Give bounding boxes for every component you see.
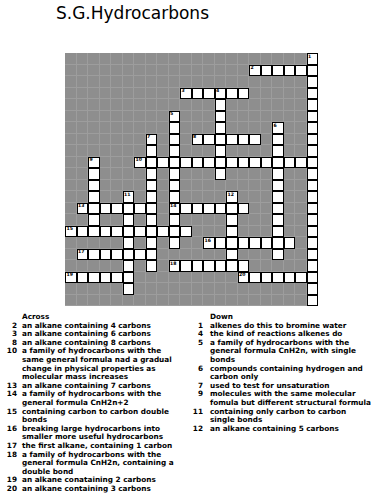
grid-cell[interactable] xyxy=(203,157,215,169)
cell-number: 3 xyxy=(182,88,185,93)
grid-cell[interactable] xyxy=(88,249,100,261)
grid-block-cell xyxy=(215,226,227,238)
grid-block-cell xyxy=(77,283,89,295)
grid-cell[interactable] xyxy=(238,237,250,249)
grid-cell[interactable] xyxy=(77,272,89,284)
grid-block-cell xyxy=(100,260,112,272)
cell-number: 6 xyxy=(274,123,277,128)
grid-cell[interactable] xyxy=(307,76,319,88)
grid-cell[interactable]: 10 xyxy=(134,157,146,169)
grid-cell[interactable] xyxy=(169,122,181,134)
grid-cell[interactable]: 15 xyxy=(65,226,77,238)
grid-cell[interactable] xyxy=(238,134,250,146)
grid-cell[interactable] xyxy=(284,157,296,169)
grid-cell[interactable]: 4 xyxy=(215,88,227,100)
cell-number: 15 xyxy=(67,226,73,231)
grid-block-cell xyxy=(192,76,204,88)
grid-block-cell xyxy=(272,53,284,65)
grid-cell[interactable] xyxy=(226,134,238,146)
grid-block-cell xyxy=(123,180,135,192)
grid-cell[interactable] xyxy=(169,157,181,169)
grid-block-cell xyxy=(134,214,146,226)
grid-block-cell xyxy=(146,295,158,307)
grid-cell[interactable] xyxy=(307,226,319,238)
grid-block-cell xyxy=(146,283,158,295)
grid-block-cell xyxy=(215,214,227,226)
grid-block-cell xyxy=(238,249,250,261)
grid-cell[interactable] xyxy=(307,111,319,123)
grid-block-cell xyxy=(157,260,169,272)
grid-cell[interactable] xyxy=(157,157,169,169)
grid-block-cell xyxy=(157,134,169,146)
grid-cell[interactable] xyxy=(169,145,181,157)
grid-cell[interactable] xyxy=(307,249,319,261)
grid-cell[interactable] xyxy=(226,203,238,215)
grid-cell[interactable] xyxy=(226,249,238,261)
grid-block-cell xyxy=(134,122,146,134)
grid-block-cell xyxy=(295,134,307,146)
grid-block-cell xyxy=(111,295,123,307)
grid-cell[interactable] xyxy=(146,168,158,180)
grid-block-cell xyxy=(215,53,227,65)
grid-cell[interactable] xyxy=(123,260,135,272)
grid-cell[interactable] xyxy=(226,157,238,169)
cell-number: 19 xyxy=(67,272,73,277)
grid-cell[interactable]: 2 xyxy=(249,65,261,77)
grid-cell[interactable]: 12 xyxy=(226,191,238,203)
grid-block-cell xyxy=(88,122,100,134)
grid-cell[interactable] xyxy=(249,134,261,146)
grid-block-cell xyxy=(192,145,204,157)
grid-block-cell xyxy=(169,295,181,307)
grid-block-cell xyxy=(134,168,146,180)
grid-cell[interactable] xyxy=(169,191,181,203)
grid-block-cell xyxy=(249,122,261,134)
grid-cell[interactable] xyxy=(169,168,181,180)
grid-cell[interactable] xyxy=(88,226,100,238)
grid-block-cell xyxy=(284,226,296,238)
grid-block-cell xyxy=(192,122,204,134)
grid-cell[interactable] xyxy=(261,272,273,284)
grid-cell[interactable]: 9 xyxy=(88,157,100,169)
grid-block-cell xyxy=(134,76,146,88)
grid-cell[interactable] xyxy=(215,260,227,272)
grid-cell[interactable] xyxy=(272,226,284,238)
grid-cell[interactable] xyxy=(192,88,204,100)
grid-cell[interactable] xyxy=(100,272,112,284)
grid-block-cell xyxy=(192,168,204,180)
clue-item: 5a family of hydrocarbons with the gener… xyxy=(191,339,386,365)
grid-cell[interactable] xyxy=(146,203,158,215)
grid-block-cell xyxy=(261,145,273,157)
clue-text: compounds containing hydrogen and carbon… xyxy=(210,365,363,382)
grid-cell[interactable] xyxy=(123,203,135,215)
grid-cell[interactable] xyxy=(307,283,319,295)
grid-cell[interactable] xyxy=(111,249,123,261)
grid-block-cell xyxy=(180,134,192,146)
grid-cell[interactable] xyxy=(123,249,135,261)
grid-cell[interactable] xyxy=(180,260,192,272)
clue-number: 20 xyxy=(5,485,17,494)
grid-cell[interactable] xyxy=(146,249,158,261)
grid-block-cell xyxy=(284,260,296,272)
grid-block-cell xyxy=(65,53,77,65)
grid-cell[interactable] xyxy=(226,214,238,226)
grid-block-cell xyxy=(169,88,181,100)
clue-text: breaking large hydrocarbons into smaller… xyxy=(22,425,163,442)
grid-block-cell xyxy=(272,111,284,123)
grid-cell[interactable] xyxy=(134,226,146,238)
grid-cell[interactable] xyxy=(146,157,158,169)
grid-cell[interactable] xyxy=(88,180,100,192)
grid-cell[interactable] xyxy=(238,157,250,169)
grid-cell[interactable] xyxy=(169,226,181,238)
grid-block-cell xyxy=(100,191,112,203)
grid-cell[interactable] xyxy=(307,295,319,307)
grid-block-cell xyxy=(295,88,307,100)
grid-cell[interactable]: 11 xyxy=(123,191,135,203)
clue-item: 15containing carbon to carbon double bon… xyxy=(5,408,191,425)
grid-cell[interactable] xyxy=(272,214,284,226)
grid-block-cell xyxy=(261,191,273,203)
grid-cell[interactable] xyxy=(169,180,181,192)
grid-cell[interactable] xyxy=(88,191,100,203)
clue-text: a family of hydrocarbons with the genera… xyxy=(22,451,174,477)
grid-cell[interactable] xyxy=(169,237,181,249)
grid-cell[interactable] xyxy=(215,99,227,111)
grid-block-cell xyxy=(203,214,215,226)
grid-cell[interactable] xyxy=(203,134,215,146)
grid-cell[interactable] xyxy=(215,145,227,157)
grid-block-cell xyxy=(249,88,261,100)
grid-block-cell xyxy=(157,168,169,180)
grid-block-cell xyxy=(284,111,296,123)
grid-cell[interactable] xyxy=(307,260,319,272)
grid-block-cell xyxy=(88,145,100,157)
grid-cell[interactable] xyxy=(88,168,100,180)
grid-cell[interactable] xyxy=(226,260,238,272)
grid-block-cell xyxy=(203,76,215,88)
grid-cell[interactable] xyxy=(100,249,112,261)
grid-block-cell xyxy=(111,88,123,100)
grid-block-cell xyxy=(192,99,204,111)
grid-block-cell xyxy=(226,76,238,88)
grid-block-cell xyxy=(123,168,135,180)
grid-cell[interactable] xyxy=(272,203,284,215)
grid-block-cell xyxy=(123,157,135,169)
grid-cell[interactable] xyxy=(307,272,319,284)
grid-block-cell xyxy=(146,65,158,77)
grid-block-cell xyxy=(100,157,112,169)
grid-block-cell xyxy=(123,122,135,134)
grid-block-cell xyxy=(238,53,250,65)
grid-cell[interactable] xyxy=(203,260,215,272)
grid-block-cell xyxy=(238,180,250,192)
grid-block-cell xyxy=(134,99,146,111)
grid-block-cell xyxy=(272,88,284,100)
grid-block-cell xyxy=(77,134,89,146)
grid-cell[interactable] xyxy=(146,180,158,192)
grid-block-cell xyxy=(215,76,227,88)
grid-cell[interactable] xyxy=(215,122,227,134)
clue-item: 16breaking large hydrocarbons into small… xyxy=(5,425,191,442)
grid-block-cell xyxy=(65,111,77,123)
grid-block-cell xyxy=(203,226,215,238)
grid-cell[interactable] xyxy=(307,214,319,226)
cell-number: 17 xyxy=(78,249,84,254)
grid-cell[interactable] xyxy=(146,260,158,272)
grid-cell[interactable]: 20 xyxy=(238,272,250,284)
grid-cell[interactable] xyxy=(307,122,319,134)
grid-cell[interactable] xyxy=(180,226,192,238)
grid-block-cell xyxy=(123,76,135,88)
grid-block-cell xyxy=(134,88,146,100)
grid-cell[interactable] xyxy=(157,226,169,238)
grid-cell[interactable] xyxy=(261,157,273,169)
grid-cell[interactable] xyxy=(307,157,319,169)
grid-block-cell xyxy=(123,65,135,77)
grid-block-cell xyxy=(123,99,135,111)
grid-cell[interactable] xyxy=(226,226,238,238)
grid-cell[interactable] xyxy=(307,88,319,100)
grid-cell[interactable] xyxy=(123,272,135,284)
grid-cell[interactable]: 3 xyxy=(180,88,192,100)
grid-block-cell xyxy=(226,53,238,65)
grid-cell[interactable] xyxy=(146,145,158,157)
grid-cell[interactable]: 17 xyxy=(77,249,89,261)
grid-block-cell xyxy=(134,180,146,192)
grid-block-cell xyxy=(123,295,135,307)
grid-block-cell xyxy=(100,53,112,65)
grid-block-cell xyxy=(215,180,227,192)
grid-cell[interactable] xyxy=(307,203,319,215)
grid-cell[interactable] xyxy=(111,272,123,284)
grid-block-cell xyxy=(111,53,123,65)
grid-block-cell xyxy=(261,260,273,272)
grid-cell[interactable] xyxy=(192,157,204,169)
grid-cell[interactable] xyxy=(203,88,215,100)
clue-item: 14a family of hydrocarbons with the gene… xyxy=(5,390,191,407)
grid-cell[interactable] xyxy=(100,226,112,238)
grid-block-cell xyxy=(295,237,307,249)
grid-block-cell xyxy=(88,76,100,88)
grid-cell[interactable] xyxy=(215,157,227,169)
grid-cell[interactable] xyxy=(169,214,181,226)
grid-cell[interactable] xyxy=(307,145,319,157)
grid-cell[interactable] xyxy=(272,145,284,157)
grid-block-cell xyxy=(77,168,89,180)
grid-block-cell xyxy=(284,283,296,295)
grid-cell[interactable]: 13 xyxy=(77,203,89,215)
clue-text: a family of hydrocarbons with the same g… xyxy=(22,347,172,381)
grid-cell[interactable] xyxy=(226,88,238,100)
grid-block-cell xyxy=(65,134,77,146)
grid-cell[interactable] xyxy=(307,237,319,249)
grid-cell[interactable]: 7 xyxy=(146,134,158,146)
grid-block-cell xyxy=(100,295,112,307)
grid-block-cell xyxy=(100,99,112,111)
grid-cell[interactable] xyxy=(272,249,284,261)
grid-block-cell xyxy=(77,191,89,203)
grid-cell[interactable] xyxy=(238,203,250,215)
grid-cell[interactable] xyxy=(238,88,250,100)
grid-block-cell xyxy=(88,237,100,249)
grid-cell[interactable] xyxy=(307,65,319,77)
down-clues-section: Down 1alkenes do this to bromine water4t… xyxy=(191,313,386,433)
grid-cell[interactable] xyxy=(284,65,296,77)
grid-block-cell xyxy=(226,272,238,284)
grid-cell[interactable] xyxy=(261,237,273,249)
grid-cell[interactable] xyxy=(226,237,238,249)
grid-block-cell xyxy=(180,53,192,65)
grid-block-cell xyxy=(203,283,215,295)
grid-cell[interactable] xyxy=(295,272,307,284)
grid-block-cell xyxy=(100,65,112,77)
grid-block-cell xyxy=(157,122,169,134)
grid-cell[interactable] xyxy=(180,203,192,215)
grid-cell[interactable] xyxy=(88,203,100,215)
grid-cell[interactable] xyxy=(203,203,215,215)
grid-block-cell xyxy=(295,214,307,226)
grid-cell[interactable] xyxy=(123,237,135,249)
grid-block-cell xyxy=(169,272,181,284)
grid-block-cell xyxy=(295,145,307,157)
grid-cell[interactable] xyxy=(284,272,296,284)
grid-cell[interactable] xyxy=(134,249,146,261)
grid-block-cell xyxy=(77,76,89,88)
grid-cell[interactable] xyxy=(272,168,284,180)
grid-block-cell xyxy=(203,99,215,111)
grid-block-cell xyxy=(134,295,146,307)
grid-block-cell xyxy=(238,168,250,180)
grid-cell[interactable] xyxy=(134,203,146,215)
grid-cell[interactable] xyxy=(192,203,204,215)
grid-cell[interactable] xyxy=(307,134,319,146)
grid-block-cell xyxy=(146,111,158,123)
grid-block-cell xyxy=(203,122,215,134)
grid-cell[interactable] xyxy=(215,168,227,180)
grid-block-cell xyxy=(295,122,307,134)
grid-block-cell xyxy=(215,295,227,307)
clue-item: 18a family of hydrocarbons with the gene… xyxy=(5,451,191,477)
clue-number: 12 xyxy=(191,425,203,434)
grid-block-cell xyxy=(100,283,112,295)
grid-block-cell xyxy=(226,283,238,295)
grid-cell[interactable] xyxy=(100,203,112,215)
grid-cell[interactable] xyxy=(307,180,319,192)
grid-cell[interactable]: 8 xyxy=(192,134,204,146)
grid-block-cell xyxy=(249,168,261,180)
grid-cell[interactable] xyxy=(249,157,261,169)
grid-cell[interactable] xyxy=(272,180,284,192)
grid-cell[interactable] xyxy=(284,237,296,249)
grid-block-cell xyxy=(238,65,250,77)
grid-cell[interactable] xyxy=(77,226,89,238)
grid-cell[interactable] xyxy=(215,203,227,215)
grid-cell[interactable] xyxy=(146,191,158,203)
grid-block-cell xyxy=(111,191,123,203)
grid-block-cell xyxy=(295,249,307,261)
clue-number: 10 xyxy=(5,347,17,356)
grid-cell[interactable]: 16 xyxy=(203,237,215,249)
clue-item: 10a family of hydrocarbons with the same… xyxy=(5,347,191,381)
grid-cell[interactable] xyxy=(272,157,284,169)
grid-cell[interactable] xyxy=(272,191,284,203)
grid-cell[interactable] xyxy=(261,65,273,77)
grid-block-cell xyxy=(111,145,123,157)
grid-cell[interactable] xyxy=(111,226,123,238)
grid-cell[interactable] xyxy=(88,272,100,284)
grid-cell[interactable] xyxy=(272,65,284,77)
grid-block-cell xyxy=(169,65,181,77)
grid-cell[interactable]: 1 xyxy=(307,53,319,65)
grid-cell[interactable] xyxy=(192,260,204,272)
grid-block-cell xyxy=(157,53,169,65)
grid-block-cell xyxy=(180,76,192,88)
grid-cell[interactable] xyxy=(146,214,158,226)
grid-cell[interactable] xyxy=(215,237,227,249)
grid-block-cell xyxy=(77,53,89,65)
grid-cell[interactable]: 5 xyxy=(169,111,181,123)
clue-text: a family of hydrocarbons with the genera… xyxy=(22,390,161,407)
grid-block-cell xyxy=(284,249,296,261)
grid-cell[interactable] xyxy=(123,226,135,238)
grid-cell[interactable] xyxy=(215,111,227,123)
grid-cell[interactable] xyxy=(88,214,100,226)
grid-block-cell xyxy=(249,214,261,226)
grid-block-cell xyxy=(295,168,307,180)
clue-item: 20an alkane containing 3 carbons xyxy=(5,485,191,494)
grid-cell[interactable] xyxy=(307,191,319,203)
clue-text: an alkane containing 5 carbons xyxy=(210,425,339,434)
grid-cell[interactable]: 6 xyxy=(272,122,284,134)
grid-cell[interactable] xyxy=(111,203,123,215)
grid-cell[interactable] xyxy=(123,214,135,226)
grid-cell[interactable] xyxy=(249,237,261,249)
grid-block-cell xyxy=(203,111,215,123)
grid-cell[interactable] xyxy=(295,65,307,77)
grid-block-cell xyxy=(261,99,273,111)
grid-cell[interactable] xyxy=(146,226,158,238)
grid-cell[interactable] xyxy=(249,272,261,284)
grid-cell[interactable] xyxy=(169,134,181,146)
grid-block-cell xyxy=(180,283,192,295)
cell-number: 11 xyxy=(124,192,130,197)
grid-block-cell xyxy=(261,88,273,100)
grid-cell[interactable]: 19 xyxy=(65,272,77,284)
grid-cell[interactable] xyxy=(123,283,135,295)
grid-cell[interactable]: 14 xyxy=(169,203,181,215)
grid-cell[interactable]: 18 xyxy=(169,260,181,272)
grid-cell[interactable] xyxy=(215,134,227,146)
grid-cell[interactable] xyxy=(307,168,319,180)
grid-cell[interactable] xyxy=(272,272,284,284)
grid-cell[interactable] xyxy=(307,99,319,111)
grid-cell[interactable] xyxy=(272,237,284,249)
grid-cell[interactable] xyxy=(238,260,250,272)
grid-block-cell xyxy=(295,76,307,88)
grid-block-cell xyxy=(100,237,112,249)
grid-cell[interactable] xyxy=(180,157,192,169)
grid-cell[interactable] xyxy=(146,237,158,249)
grid-block-cell xyxy=(157,111,169,123)
grid-block-cell xyxy=(65,145,77,157)
grid-block-cell xyxy=(169,53,181,65)
grid-block-cell xyxy=(261,122,273,134)
clue-text: containing only carbon to carbon single … xyxy=(210,408,346,425)
grid-cell[interactable] xyxy=(295,157,307,169)
grid-cell[interactable] xyxy=(272,134,284,146)
